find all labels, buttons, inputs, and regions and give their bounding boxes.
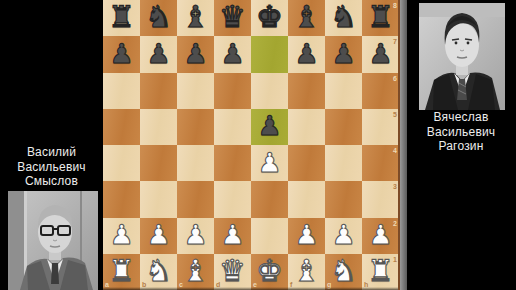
square-g4[interactable] — [325, 145, 362, 181]
square-b2[interactable]: ♟ — [140, 218, 177, 254]
square-h3[interactable]: 3 — [362, 181, 399, 217]
rank-label-4: 4 — [393, 147, 397, 154]
square-c5[interactable] — [177, 109, 214, 145]
square-b1[interactable]: ♞b — [140, 254, 177, 290]
square-b8[interactable]: ♞ — [140, 0, 177, 36]
square-e6[interactable] — [251, 73, 288, 109]
white-player-portrait — [8, 191, 98, 290]
square-b5[interactable] — [140, 109, 177, 145]
ragozin-portrait-image — [419, 3, 505, 110]
piece-white-knight[interactable]: ♞ — [330, 256, 357, 286]
square-g8[interactable]: ♞ — [325, 0, 362, 36]
square-c1[interactable]: ♝c — [177, 254, 214, 290]
square-f8[interactable]: ♝ — [288, 0, 325, 36]
white-player-name-line2: Васильевич — [0, 160, 103, 175]
white-player-name-line1: Василий — [0, 145, 103, 160]
square-b7[interactable]: ♟ — [140, 36, 177, 72]
piece-black-pawn[interactable]: ♟ — [146, 40, 170, 67]
piece-black-knight[interactable]: ♞ — [145, 2, 172, 32]
square-d4[interactable] — [214, 145, 251, 181]
square-c6[interactable] — [177, 73, 214, 109]
square-a2[interactable]: ♟ — [103, 218, 140, 254]
chess-board[interactable]: ♜♞♝♛♚♝♞♜8♟♟♟♟♟♟♟76♟5♟43♟♟♟♟♟♟♟2♜a♞b♝c♛d♚… — [103, 0, 399, 290]
piece-black-pawn[interactable]: ♟ — [368, 40, 392, 67]
piece-white-king[interactable]: ♚ — [256, 256, 283, 286]
square-f6[interactable] — [288, 73, 325, 109]
square-h1[interactable]: ♜1h — [362, 254, 399, 290]
smyslov-portrait-image — [8, 191, 98, 290]
square-d8[interactable]: ♛ — [214, 0, 251, 36]
piece-black-pawn[interactable]: ♟ — [183, 40, 207, 67]
square-e1[interactable]: ♚e — [251, 254, 288, 290]
square-d7[interactable]: ♟ — [214, 36, 251, 72]
rank-label-5: 5 — [393, 111, 397, 118]
piece-white-bishop[interactable]: ♝ — [182, 256, 209, 286]
square-b6[interactable] — [140, 73, 177, 109]
square-d5[interactable] — [214, 109, 251, 145]
rank-label-8: 8 — [393, 2, 397, 9]
piece-white-pawn[interactable]: ♟ — [183, 221, 207, 248]
piece-black-king[interactable]: ♚ — [256, 2, 283, 32]
square-c4[interactable] — [177, 145, 214, 181]
rank-label-7: 7 — [393, 38, 397, 45]
square-h7[interactable]: ♟7 — [362, 36, 399, 72]
square-h2[interactable]: ♟2 — [362, 218, 399, 254]
black-player-name: Вячеслав Васильевич Рагозин — [406, 110, 516, 154]
square-a5[interactable] — [103, 109, 140, 145]
rank-label-3: 3 — [393, 183, 397, 190]
piece-white-bishop[interactable]: ♝ — [293, 256, 320, 286]
piece-white-queen[interactable]: ♛ — [219, 256, 246, 286]
square-e4[interactable]: ♟ — [251, 145, 288, 181]
piece-white-rook[interactable]: ♜ — [108, 256, 135, 286]
square-e2[interactable] — [251, 218, 288, 254]
square-e5[interactable]: ♟ — [251, 109, 288, 145]
piece-black-pawn[interactable]: ♟ — [220, 40, 244, 67]
square-d2[interactable]: ♟ — [214, 218, 251, 254]
square-d6[interactable] — [214, 73, 251, 109]
piece-black-rook[interactable]: ♜ — [367, 2, 394, 32]
square-f1[interactable]: ♝f — [288, 254, 325, 290]
piece-black-pawn[interactable]: ♟ — [257, 112, 281, 139]
piece-white-rook[interactable]: ♜ — [367, 256, 394, 286]
square-e7[interactable] — [251, 36, 288, 72]
piece-white-knight[interactable]: ♞ — [145, 256, 172, 286]
piece-white-pawn[interactable]: ♟ — [368, 221, 392, 248]
white-player-name-line3: Смыслов — [0, 174, 103, 189]
piece-white-pawn[interactable]: ♟ — [257, 149, 281, 176]
square-a4[interactable] — [103, 145, 140, 181]
rank-label-2: 2 — [393, 220, 397, 227]
square-a6[interactable] — [103, 73, 140, 109]
piece-white-pawn[interactable]: ♟ — [220, 221, 244, 248]
rank-label-1: 1 — [393, 256, 397, 263]
piece-black-pawn[interactable]: ♟ — [331, 40, 355, 67]
square-h8[interactable]: ♜8 — [362, 0, 399, 36]
square-e3[interactable] — [251, 181, 288, 217]
square-d3[interactable] — [214, 181, 251, 217]
square-a8[interactable]: ♜ — [103, 0, 140, 36]
square-a3[interactable] — [103, 181, 140, 217]
square-f7[interactable]: ♟ — [288, 36, 325, 72]
square-g2[interactable]: ♟ — [325, 218, 362, 254]
square-a1[interactable]: ♜a — [103, 254, 140, 290]
black-player-name-line2: Васильевич — [406, 125, 516, 140]
square-h5[interactable]: 5 — [362, 109, 399, 145]
piece-white-pawn[interactable]: ♟ — [146, 221, 170, 248]
square-e8[interactable]: ♚ — [251, 0, 288, 36]
square-h4[interactable]: 4 — [362, 145, 399, 181]
piece-white-pawn[interactable]: ♟ — [331, 221, 355, 248]
piece-black-knight[interactable]: ♞ — [330, 2, 357, 32]
piece-black-bishop[interactable]: ♝ — [182, 2, 209, 32]
square-f3[interactable] — [288, 181, 325, 217]
piece-white-pawn[interactable]: ♟ — [294, 221, 318, 248]
square-c2[interactable]: ♟ — [177, 218, 214, 254]
square-d1[interactable]: ♛d — [214, 254, 251, 290]
black-player-name-line1: Вячеслав — [406, 110, 516, 125]
piece-black-pawn[interactable]: ♟ — [109, 40, 133, 67]
piece-black-queen[interactable]: ♛ — [219, 2, 246, 32]
piece-white-pawn[interactable]: ♟ — [109, 221, 133, 248]
square-a7[interactable]: ♟ — [103, 36, 140, 72]
square-f4[interactable] — [288, 145, 325, 181]
square-g3[interactable] — [325, 181, 362, 217]
square-c7[interactable]: ♟ — [177, 36, 214, 72]
square-g1[interactable]: ♞g — [325, 254, 362, 290]
white-player-name: Василий Васильевич Смыслов — [0, 145, 103, 189]
piece-black-bishop[interactable]: ♝ — [293, 2, 320, 32]
black-player-portrait — [419, 3, 505, 110]
square-g5[interactable] — [325, 109, 362, 145]
piece-black-rook[interactable]: ♜ — [108, 2, 135, 32]
square-g7[interactable]: ♟ — [325, 36, 362, 72]
square-h6[interactable]: 6 — [362, 73, 399, 109]
square-g6[interactable] — [325, 73, 362, 109]
square-f2[interactable]: ♟ — [288, 218, 325, 254]
rank-label-6: 6 — [393, 75, 397, 82]
piece-black-pawn[interactable]: ♟ — [294, 40, 318, 67]
square-f5[interactable] — [288, 109, 325, 145]
square-c3[interactable] — [177, 181, 214, 217]
square-b3[interactable] — [140, 181, 177, 217]
black-player-name-line3: Рагозин — [406, 139, 516, 154]
scene: Василий Васильевич Смыслов — [0, 0, 516, 290]
square-b4[interactable] — [140, 145, 177, 181]
square-c8[interactable]: ♝ — [177, 0, 214, 36]
